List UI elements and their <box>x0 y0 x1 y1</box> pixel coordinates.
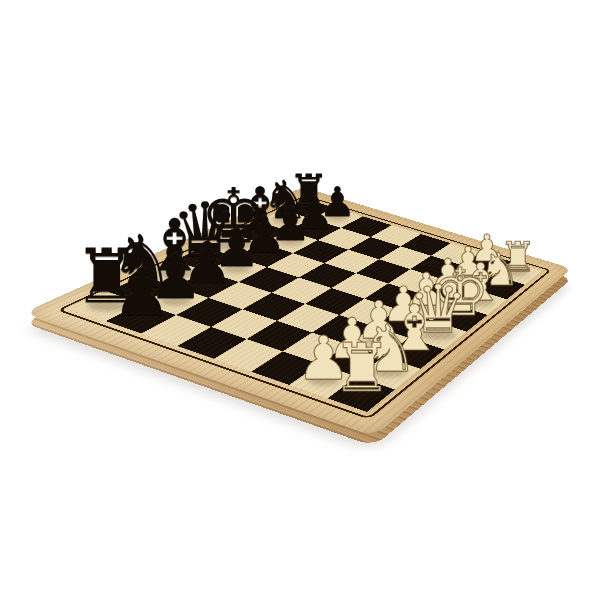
white-rook-a1: ♜ <box>332 335 392 402</box>
black-pawn-a7: ♟ <box>112 260 171 326</box>
pieces-layer: ♜♞♝♛♚♝♞♜♟♟♟♟♟♟♟♟♟♟♟♟♟♟♟♟♜♞♝♛♚♝♞♜ <box>0 0 600 600</box>
chess-set-product-photo: ♜♞♝♛♚♝♞♜♟♟♟♟♟♟♟♟♟♟♟♟♟♟♟♟♜♞♝♛♚♝♞♜ <box>0 0 600 600</box>
